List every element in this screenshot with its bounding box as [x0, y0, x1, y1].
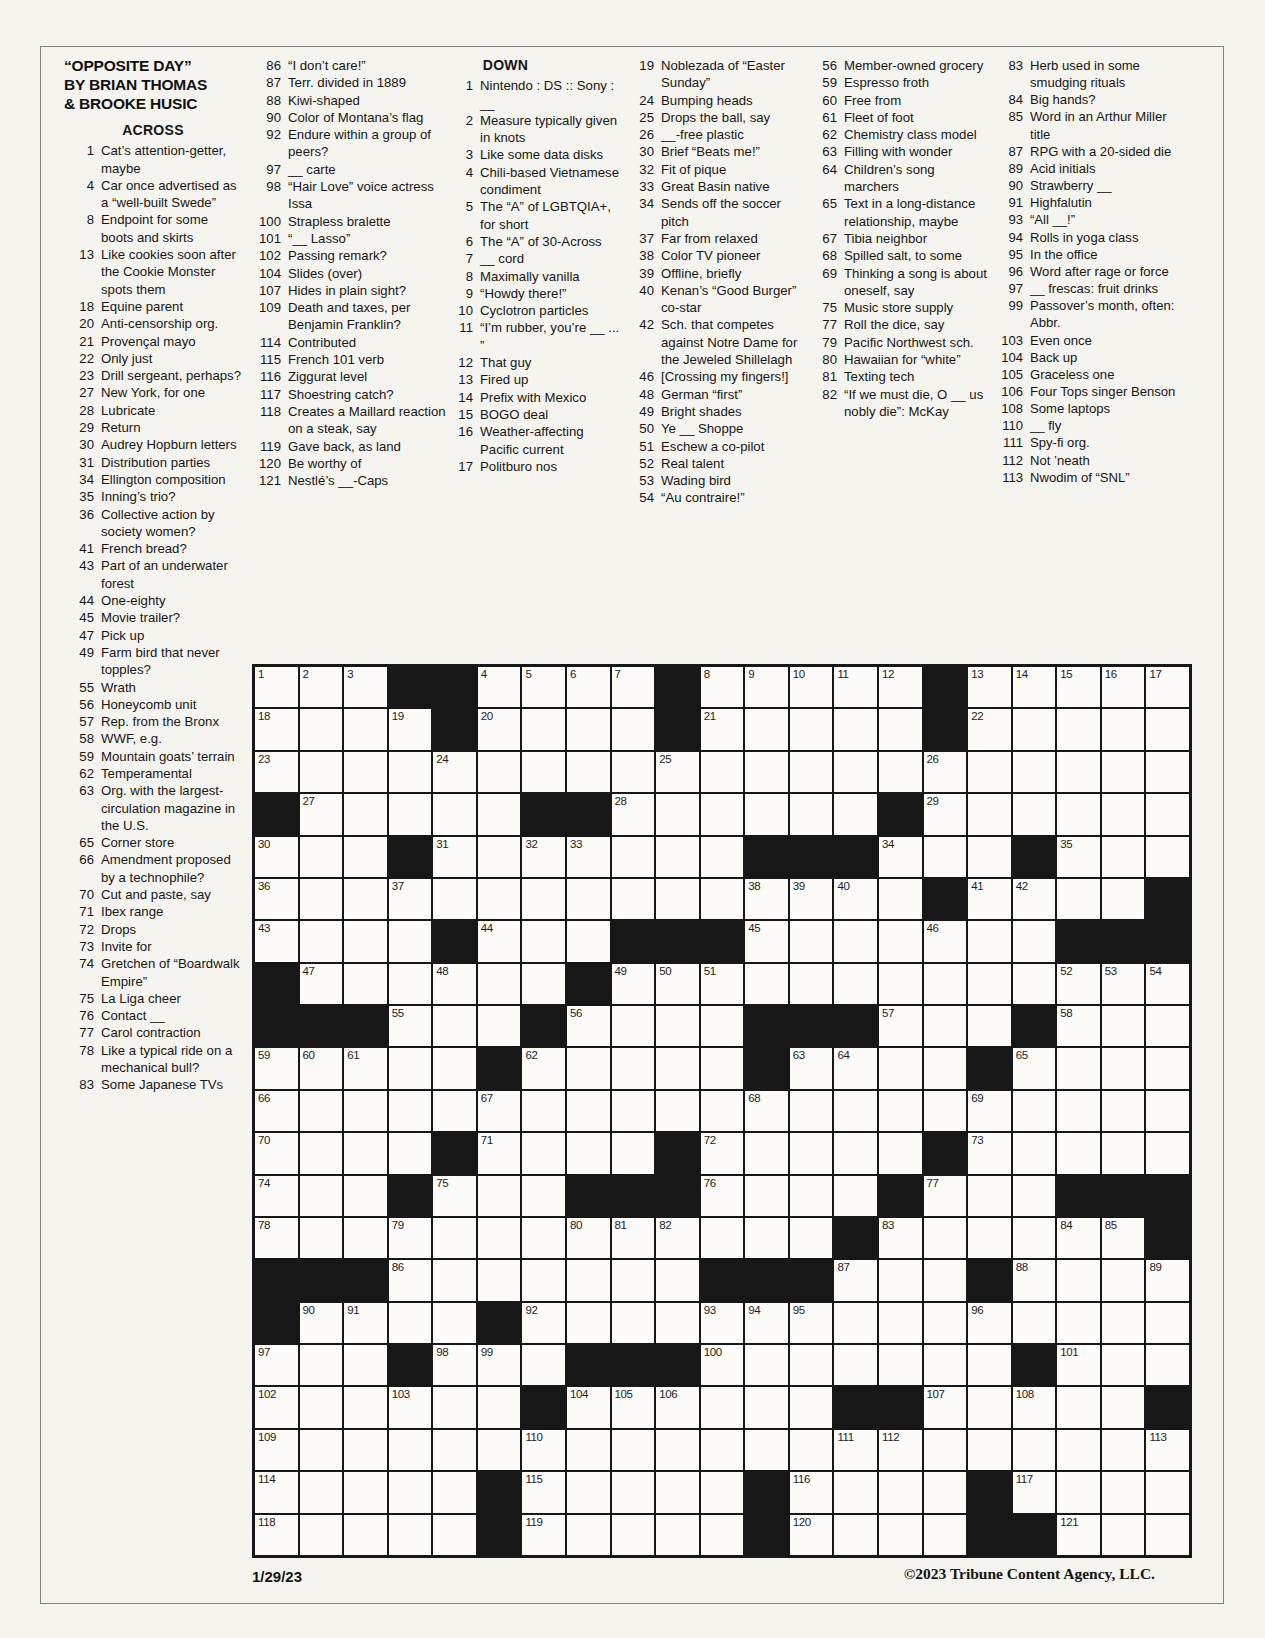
cell-r15c9[interactable]	[612, 1260, 655, 1300]
cell-r10c5[interactable]	[433, 1048, 476, 1088]
cell-r3c10[interactable]: 25	[656, 752, 699, 792]
cell-r16c12[interactable]: 94	[745, 1303, 788, 1343]
cell-r5c2[interactable]	[300, 837, 343, 877]
cell-r3c7[interactable]	[522, 752, 565, 792]
cell-r16c14[interactable]	[834, 1303, 877, 1343]
cell-r11c3[interactable]	[344, 1091, 387, 1131]
cell-r4c14[interactable]	[834, 794, 877, 834]
cell-r2c17[interactable]: 22	[968, 709, 1011, 749]
cell-r6c14[interactable]: 40	[834, 879, 877, 919]
cell-r20c18[interactable]: 117	[1013, 1472, 1056, 1512]
cell-r14c7[interactable]	[522, 1218, 565, 1258]
cell-r9c21[interactable]	[1146, 1006, 1189, 1046]
cell-r17c1[interactable]: 97	[255, 1345, 298, 1385]
cell-r12c9[interactable]	[612, 1133, 655, 1173]
cell-r4c11[interactable]	[701, 794, 744, 834]
cell-r9c4[interactable]: 55	[389, 1006, 432, 1046]
cell-r15c16[interactable]	[924, 1260, 967, 1300]
cell-r2c11[interactable]: 21	[701, 709, 744, 749]
cell-r16c10[interactable]	[656, 1303, 699, 1343]
cell-r20c3[interactable]	[344, 1472, 387, 1512]
cell-r8c16[interactable]	[924, 964, 967, 1004]
cell-r3c5[interactable]: 24	[433, 752, 476, 792]
cell-r19c4[interactable]	[389, 1430, 432, 1470]
cell-r17c14[interactable]	[834, 1345, 877, 1385]
cell-r5c17[interactable]	[968, 837, 1011, 877]
cell-r12c18[interactable]	[1013, 1133, 1056, 1173]
cell-r17c15[interactable]	[879, 1345, 922, 1385]
cell-r21c19[interactable]: 121	[1057, 1515, 1100, 1555]
cell-r20c8[interactable]	[567, 1472, 610, 1512]
cell-r18c12[interactable]	[745, 1387, 788, 1427]
cell-r1c9[interactable]: 7	[612, 667, 655, 707]
cell-r4c13[interactable]	[790, 794, 833, 834]
cell-r1c7[interactable]: 5	[522, 667, 565, 707]
cell-r21c2[interactable]	[300, 1515, 343, 1555]
cell-r13c16[interactable]: 77	[924, 1176, 967, 1216]
cell-r5c19[interactable]: 35	[1057, 837, 1100, 877]
cell-r21c11[interactable]	[701, 1515, 744, 1555]
cell-r3c12[interactable]	[745, 752, 788, 792]
cell-r15c5[interactable]	[433, 1260, 476, 1300]
cell-r11c20[interactable]	[1102, 1091, 1145, 1131]
cell-r9c15[interactable]: 57	[879, 1006, 922, 1046]
cell-r2c15[interactable]	[879, 709, 922, 749]
cell-r8c3[interactable]	[344, 964, 387, 1004]
cell-r7c1[interactable]: 43	[255, 921, 298, 961]
cell-r17c6[interactable]: 99	[478, 1345, 521, 1385]
cell-r16c19[interactable]	[1057, 1303, 1100, 1343]
cell-r10c11[interactable]	[701, 1048, 744, 1088]
cell-r2c18[interactable]	[1013, 709, 1056, 749]
cell-r10c18[interactable]: 65	[1013, 1048, 1056, 1088]
cell-r2c20[interactable]	[1102, 709, 1145, 749]
cell-r14c20[interactable]: 85	[1102, 1218, 1145, 1258]
cell-r17c3[interactable]	[344, 1345, 387, 1385]
cell-r12c15[interactable]	[879, 1133, 922, 1173]
cell-r5c1[interactable]: 30	[255, 837, 298, 877]
cell-r21c10[interactable]	[656, 1515, 699, 1555]
cell-r3c21[interactable]	[1146, 752, 1189, 792]
cell-r19c5[interactable]	[433, 1430, 476, 1470]
cell-r7c8[interactable]	[567, 921, 610, 961]
cell-r1c21[interactable]: 17	[1146, 667, 1189, 707]
cell-r8c21[interactable]: 54	[1146, 964, 1189, 1004]
cell-r8c17[interactable]	[968, 964, 1011, 1004]
cell-r19c16[interactable]	[924, 1430, 967, 1470]
cell-r20c1[interactable]: 114	[255, 1472, 298, 1512]
cell-r18c2[interactable]	[300, 1387, 343, 1427]
cell-r7c12[interactable]: 45	[745, 921, 788, 961]
cell-r17c11[interactable]: 100	[701, 1345, 744, 1385]
cell-r4c9[interactable]: 28	[612, 794, 655, 834]
cell-r9c6[interactable]	[478, 1006, 521, 1046]
cell-r3c19[interactable]	[1057, 752, 1100, 792]
cell-r13c12[interactable]	[745, 1176, 788, 1216]
cell-r12c11[interactable]: 72	[701, 1133, 744, 1173]
cell-r5c5[interactable]: 31	[433, 837, 476, 877]
cell-r11c17[interactable]: 69	[968, 1091, 1011, 1131]
cell-r17c5[interactable]: 98	[433, 1345, 476, 1385]
cell-r21c20[interactable]	[1102, 1515, 1145, 1555]
cell-r10c19[interactable]	[1057, 1048, 1100, 1088]
cell-r11c10[interactable]	[656, 1091, 699, 1131]
cell-r17c20[interactable]	[1102, 1345, 1145, 1385]
cell-r7c6[interactable]: 44	[478, 921, 521, 961]
cell-r17c21[interactable]	[1146, 1345, 1189, 1385]
cell-r17c16[interactable]	[924, 1345, 967, 1385]
cell-r3c1[interactable]: 23	[255, 752, 298, 792]
cell-r19c14[interactable]: 111	[834, 1430, 877, 1470]
cell-r4c21[interactable]	[1146, 794, 1189, 834]
cell-r4c4[interactable]	[389, 794, 432, 834]
cell-r15c21[interactable]: 89	[1146, 1260, 1189, 1300]
cell-r11c12[interactable]: 68	[745, 1091, 788, 1131]
cell-r13c3[interactable]	[344, 1176, 387, 1216]
cell-r5c9[interactable]	[612, 837, 655, 877]
cell-r8c11[interactable]: 51	[701, 964, 744, 1004]
cell-r5c16[interactable]	[924, 837, 967, 877]
cell-r13c5[interactable]: 75	[433, 1176, 476, 1216]
cell-r6c8[interactable]	[567, 879, 610, 919]
cell-r4c16[interactable]: 29	[924, 794, 967, 834]
cell-r18c6[interactable]	[478, 1387, 521, 1427]
cell-r19c6[interactable]	[478, 1430, 521, 1470]
cell-r19c10[interactable]	[656, 1430, 699, 1470]
cell-r18c19[interactable]	[1057, 1387, 1100, 1427]
cell-r8c19[interactable]: 52	[1057, 964, 1100, 1004]
cell-r9c8[interactable]: 56	[567, 1006, 610, 1046]
cell-r10c10[interactable]	[656, 1048, 699, 1088]
cell-r20c5[interactable]	[433, 1472, 476, 1512]
cell-r19c12[interactable]	[745, 1430, 788, 1470]
cell-r3c2[interactable]	[300, 752, 343, 792]
cell-r20c10[interactable]	[656, 1472, 699, 1512]
cell-r12c17[interactable]: 73	[968, 1133, 1011, 1173]
cell-r19c7[interactable]: 110	[522, 1430, 565, 1470]
cell-r1c15[interactable]: 12	[879, 667, 922, 707]
cell-r11c5[interactable]	[433, 1091, 476, 1131]
cell-r4c20[interactable]	[1102, 794, 1145, 834]
cell-r6c6[interactable]	[478, 879, 521, 919]
cell-r4c10[interactable]	[656, 794, 699, 834]
cell-r11c13[interactable]	[790, 1091, 833, 1131]
cell-r17c17[interactable]	[968, 1345, 1011, 1385]
cell-r14c18[interactable]	[1013, 1218, 1056, 1258]
cell-r8c7[interactable]	[522, 964, 565, 1004]
cell-r10c4[interactable]	[389, 1048, 432, 1088]
cell-r13c17[interactable]	[968, 1176, 1011, 1216]
cell-r10c20[interactable]	[1102, 1048, 1145, 1088]
cell-r16c20[interactable]	[1102, 1303, 1145, 1343]
cell-r16c2[interactable]: 90	[300, 1303, 343, 1343]
cell-r12c20[interactable]	[1102, 1133, 1145, 1173]
cell-r12c1[interactable]: 70	[255, 1133, 298, 1173]
cell-r13c2[interactable]	[300, 1176, 343, 1216]
cell-r6c15[interactable]	[879, 879, 922, 919]
cell-r19c13[interactable]	[790, 1430, 833, 1470]
cell-r8c18[interactable]	[1013, 964, 1056, 1004]
cell-r14c12[interactable]	[745, 1218, 788, 1258]
cell-r6c17[interactable]: 41	[968, 879, 1011, 919]
cell-r19c1[interactable]: 109	[255, 1430, 298, 1470]
cell-r8c6[interactable]	[478, 964, 521, 1004]
cell-r19c17[interactable]	[968, 1430, 1011, 1470]
cell-r6c3[interactable]	[344, 879, 387, 919]
cell-r20c2[interactable]	[300, 1472, 343, 1512]
cell-r9c11[interactable]	[701, 1006, 744, 1046]
cell-r3c4[interactable]	[389, 752, 432, 792]
cell-r15c15[interactable]	[879, 1260, 922, 1300]
cell-r15c19[interactable]	[1057, 1260, 1100, 1300]
cell-r10c1[interactable]: 59	[255, 1048, 298, 1088]
cell-r6c1[interactable]: 36	[255, 879, 298, 919]
cell-r8c14[interactable]	[834, 964, 877, 1004]
cell-r2c3[interactable]	[344, 709, 387, 749]
cell-r8c15[interactable]	[879, 964, 922, 1004]
cell-r1c6[interactable]: 4	[478, 667, 521, 707]
cell-r4c17[interactable]	[968, 794, 1011, 834]
cell-r18c1[interactable]: 102	[255, 1387, 298, 1427]
cell-r9c17[interactable]	[968, 1006, 1011, 1046]
cell-r16c3[interactable]: 91	[344, 1303, 387, 1343]
cell-r15c8[interactable]	[567, 1260, 610, 1300]
cell-r14c4[interactable]: 79	[389, 1218, 432, 1258]
cell-r13c18[interactable]	[1013, 1176, 1056, 1216]
cell-r2c1[interactable]: 18	[255, 709, 298, 749]
cell-r21c7[interactable]: 119	[522, 1515, 565, 1555]
cell-r11c4[interactable]	[389, 1091, 432, 1131]
cell-r14c5[interactable]	[433, 1218, 476, 1258]
cell-r21c4[interactable]	[389, 1515, 432, 1555]
cell-r14c9[interactable]: 81	[612, 1218, 655, 1258]
cell-r15c10[interactable]	[656, 1260, 699, 1300]
cell-r10c14[interactable]: 64	[834, 1048, 877, 1088]
cell-r10c15[interactable]	[879, 1048, 922, 1088]
cell-r5c15[interactable]: 34	[879, 837, 922, 877]
cell-r4c18[interactable]	[1013, 794, 1056, 834]
cell-r3c11[interactable]	[701, 752, 744, 792]
cell-r19c3[interactable]	[344, 1430, 387, 1470]
cell-r8c10[interactable]: 50	[656, 964, 699, 1004]
cell-r11c15[interactable]	[879, 1091, 922, 1131]
cell-r18c20[interactable]	[1102, 1387, 1145, 1427]
cell-r3c18[interactable]	[1013, 752, 1056, 792]
cell-r1c20[interactable]: 16	[1102, 667, 1145, 707]
cell-r1c3[interactable]: 3	[344, 667, 387, 707]
cell-r9c19[interactable]: 58	[1057, 1006, 1100, 1046]
cell-r13c11[interactable]: 76	[701, 1176, 744, 1216]
cell-r2c14[interactable]	[834, 709, 877, 749]
cell-r7c2[interactable]	[300, 921, 343, 961]
cell-r2c2[interactable]	[300, 709, 343, 749]
cell-r5c7[interactable]: 32	[522, 837, 565, 877]
cell-r13c13[interactable]	[790, 1176, 833, 1216]
cell-r4c3[interactable]	[344, 794, 387, 834]
cell-r11c14[interactable]	[834, 1091, 877, 1131]
cell-r15c6[interactable]	[478, 1260, 521, 1300]
cell-r11c16[interactable]	[924, 1091, 967, 1131]
cell-r19c8[interactable]	[567, 1430, 610, 1470]
cell-r21c21[interactable]	[1146, 1515, 1189, 1555]
cell-r5c10[interactable]	[656, 837, 699, 877]
cell-r4c2[interactable]: 27	[300, 794, 343, 834]
cell-r12c13[interactable]	[790, 1133, 833, 1173]
cell-r11c18[interactable]	[1013, 1091, 1056, 1131]
cell-r10c3[interactable]: 61	[344, 1048, 387, 1088]
cell-r19c15[interactable]: 112	[879, 1430, 922, 1470]
cell-r21c9[interactable]	[612, 1515, 655, 1555]
cell-r19c20[interactable]	[1102, 1430, 1145, 1470]
cell-r14c6[interactable]	[478, 1218, 521, 1258]
cell-r14c1[interactable]: 78	[255, 1218, 298, 1258]
cell-r20c20[interactable]	[1102, 1472, 1145, 1512]
cell-r8c9[interactable]: 49	[612, 964, 655, 1004]
cell-r12c19[interactable]	[1057, 1133, 1100, 1173]
cell-r1c2[interactable]: 2	[300, 667, 343, 707]
cell-r19c21[interactable]: 113	[1146, 1430, 1189, 1470]
cell-r16c9[interactable]	[612, 1303, 655, 1343]
cell-r6c19[interactable]	[1057, 879, 1100, 919]
cell-r16c21[interactable]	[1146, 1303, 1189, 1343]
cell-r12c7[interactable]	[522, 1133, 565, 1173]
cell-r11c21[interactable]	[1146, 1091, 1189, 1131]
cell-r1c13[interactable]: 10	[790, 667, 833, 707]
cell-r13c7[interactable]	[522, 1176, 565, 1216]
cell-r2c9[interactable]	[612, 709, 655, 749]
cell-r4c5[interactable]	[433, 794, 476, 834]
cell-r2c8[interactable]	[567, 709, 610, 749]
cell-r15c20[interactable]	[1102, 1260, 1145, 1300]
cell-r15c14[interactable]: 87	[834, 1260, 877, 1300]
cell-r18c5[interactable]	[433, 1387, 476, 1427]
cell-r7c16[interactable]: 46	[924, 921, 967, 961]
cell-r10c8[interactable]	[567, 1048, 610, 1088]
cell-r4c12[interactable]	[745, 794, 788, 834]
cell-r8c13[interactable]	[790, 964, 833, 1004]
cell-r16c7[interactable]: 92	[522, 1303, 565, 1343]
cell-r18c3[interactable]	[344, 1387, 387, 1427]
cell-r15c4[interactable]: 86	[389, 1260, 432, 1300]
cell-r11c6[interactable]: 67	[478, 1091, 521, 1131]
cell-r20c16[interactable]	[924, 1472, 967, 1512]
cell-r14c13[interactable]	[790, 1218, 833, 1258]
cell-r16c18[interactable]	[1013, 1303, 1056, 1343]
cell-r11c9[interactable]	[612, 1091, 655, 1131]
cell-r10c16[interactable]	[924, 1048, 967, 1088]
cell-r17c13[interactable]	[790, 1345, 833, 1385]
cell-r18c10[interactable]: 106	[656, 1387, 699, 1427]
cell-r20c7[interactable]: 115	[522, 1472, 565, 1512]
cell-r17c19[interactable]: 101	[1057, 1345, 1100, 1385]
cell-r6c2[interactable]	[300, 879, 343, 919]
cell-r1c1[interactable]: 1	[255, 667, 298, 707]
cell-r3c8[interactable]	[567, 752, 610, 792]
cell-r14c19[interactable]: 84	[1057, 1218, 1100, 1258]
cell-r19c18[interactable]	[1013, 1430, 1056, 1470]
cell-r16c8[interactable]	[567, 1303, 610, 1343]
cell-r20c21[interactable]	[1146, 1472, 1189, 1512]
cell-r14c11[interactable]	[701, 1218, 744, 1258]
cell-r3c15[interactable]	[879, 752, 922, 792]
cell-r12c3[interactable]	[344, 1133, 387, 1173]
cell-r20c9[interactable]	[612, 1472, 655, 1512]
cell-r6c10[interactable]	[656, 879, 699, 919]
cell-r19c19[interactable]	[1057, 1430, 1100, 1470]
cell-r9c9[interactable]	[612, 1006, 655, 1046]
cell-r11c19[interactable]	[1057, 1091, 1100, 1131]
cell-r18c4[interactable]: 103	[389, 1387, 432, 1427]
cell-r20c11[interactable]	[701, 1472, 744, 1512]
cell-r14c2[interactable]	[300, 1218, 343, 1258]
cell-r10c21[interactable]	[1146, 1048, 1189, 1088]
cell-r16c13[interactable]: 95	[790, 1303, 833, 1343]
cell-r3c20[interactable]	[1102, 752, 1145, 792]
cell-r9c16[interactable]	[924, 1006, 967, 1046]
cell-r10c2[interactable]: 60	[300, 1048, 343, 1088]
cell-r21c14[interactable]	[834, 1515, 877, 1555]
cell-r13c1[interactable]: 74	[255, 1176, 298, 1216]
cell-r16c16[interactable]	[924, 1303, 967, 1343]
cell-r14c3[interactable]	[344, 1218, 387, 1258]
cell-r20c15[interactable]	[879, 1472, 922, 1512]
cell-r6c11[interactable]	[701, 879, 744, 919]
cell-r17c12[interactable]	[745, 1345, 788, 1385]
cell-r14c10[interactable]: 82	[656, 1218, 699, 1258]
cell-r21c3[interactable]	[344, 1515, 387, 1555]
cell-r1c18[interactable]: 14	[1013, 667, 1056, 707]
cell-r21c5[interactable]	[433, 1515, 476, 1555]
cell-r1c14[interactable]: 11	[834, 667, 877, 707]
cell-r5c20[interactable]	[1102, 837, 1145, 877]
cell-r7c17[interactable]	[968, 921, 1011, 961]
cell-r3c17[interactable]	[968, 752, 1011, 792]
cell-r11c1[interactable]: 66	[255, 1091, 298, 1131]
cell-r18c17[interactable]	[968, 1387, 1011, 1427]
cell-r1c11[interactable]: 8	[701, 667, 744, 707]
cell-r21c1[interactable]: 118	[255, 1515, 298, 1555]
cell-r12c6[interactable]: 71	[478, 1133, 521, 1173]
cell-r16c11[interactable]: 93	[701, 1303, 744, 1343]
cell-r6c9[interactable]	[612, 879, 655, 919]
cell-r21c13[interactable]: 120	[790, 1515, 833, 1555]
cell-r20c19[interactable]	[1057, 1472, 1100, 1512]
cell-r5c6[interactable]	[478, 837, 521, 877]
cell-r12c4[interactable]	[389, 1133, 432, 1173]
cell-r6c12[interactable]: 38	[745, 879, 788, 919]
cell-r21c8[interactable]	[567, 1515, 610, 1555]
cell-r12c12[interactable]	[745, 1133, 788, 1173]
cell-r2c6[interactable]: 20	[478, 709, 521, 749]
cell-r11c7[interactable]	[522, 1091, 565, 1131]
cell-r20c13[interactable]: 116	[790, 1472, 833, 1512]
cell-r9c10[interactable]	[656, 1006, 699, 1046]
cell-r3c6[interactable]	[478, 752, 521, 792]
cell-r12c14[interactable]	[834, 1133, 877, 1173]
cell-r8c2[interactable]: 47	[300, 964, 343, 1004]
cell-r9c5[interactable]	[433, 1006, 476, 1046]
cell-r3c13[interactable]	[790, 752, 833, 792]
cell-r14c15[interactable]: 83	[879, 1218, 922, 1258]
cell-r19c11[interactable]	[701, 1430, 744, 1470]
cell-r8c12[interactable]	[745, 964, 788, 1004]
cell-r1c8[interactable]: 6	[567, 667, 610, 707]
cell-r9c20[interactable]	[1102, 1006, 1145, 1046]
cell-r10c9[interactable]	[612, 1048, 655, 1088]
cell-r15c7[interactable]	[522, 1260, 565, 1300]
cell-r1c12[interactable]: 9	[745, 667, 788, 707]
cell-r19c2[interactable]	[300, 1430, 343, 1470]
